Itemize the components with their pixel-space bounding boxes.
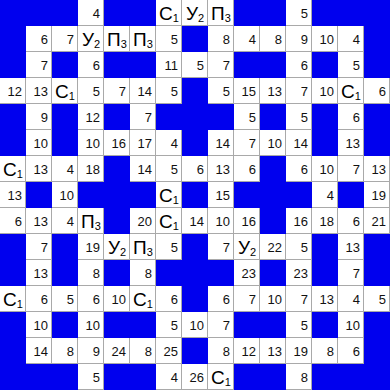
number-cell-r5c10[interactable]: 10 [260, 130, 286, 156]
block-cell-r6c4 [104, 156, 130, 182]
number-cell-r8c5[interactable]: 20 [130, 208, 156, 234]
block-cell-r14c12 [312, 364, 338, 390]
number-cell-r14c6[interactable]: 4 [156, 364, 182, 390]
number-cell-r5c11[interactable]: 14 [286, 130, 312, 156]
block-cell-r5c7 [182, 130, 208, 156]
number-cell-r13c3[interactable]: 9 [78, 338, 104, 364]
cell-number: 5 [93, 371, 104, 384]
cell-number: 13 [268, 85, 286, 98]
cell-number: 8 [301, 371, 312, 384]
cell-number: 4 [353, 293, 364, 306]
number-cell-r3c3[interactable]: 5 [78, 78, 104, 104]
number-cell-r1c9[interactable]: 4 [234, 26, 260, 52]
block-cell-r10c10 [260, 260, 286, 286]
cell-number: 10 [320, 85, 338, 98]
number-cell-r1c13[interactable]: 4 [338, 26, 364, 52]
cell-number: 7 [41, 241, 52, 254]
key-letter-number: 1 [17, 169, 23, 180]
cell-number: 4 [249, 33, 260, 46]
number-cell-r12c8[interactable]: 7 [208, 312, 234, 338]
block-cell-r1c7 [182, 26, 208, 52]
key-letter-number: 3 [121, 39, 127, 50]
cell-number: 5 [379, 293, 390, 306]
cell-number: 4 [67, 215, 78, 228]
number-cell-r4c9[interactable]: 5 [234, 104, 260, 130]
number-cell-r4c5[interactable]: 7 [130, 104, 156, 130]
number-cell-r5c5[interactable]: 17 [130, 130, 156, 156]
cell-number: 13 [320, 293, 338, 306]
number-cell-r9c1[interactable]: 7 [26, 234, 52, 260]
block-cell-r9c12 [312, 234, 338, 260]
number-cell-r8c1[interactable]: 13 [26, 208, 52, 234]
block-cell-r14c0 [0, 364, 26, 390]
number-cell-r10c9[interactable]: 23 [234, 260, 260, 286]
block-cell-r2c14 [364, 52, 390, 78]
number-cell-r3c14[interactable]: 6 [364, 78, 390, 104]
block-cell-r2c10 [260, 52, 286, 78]
number-cell-r1c12[interactable]: 10 [312, 26, 338, 52]
block-cell-r12c0 [0, 312, 26, 338]
block-cell-r4c10 [260, 104, 286, 130]
cell-number: 6 [93, 293, 104, 306]
key-letter: С [3, 160, 17, 179]
cell-number: 10 [34, 137, 52, 150]
key-letter-cell-r8c6[interactable]: С1 [156, 208, 182, 234]
number-cell-r11c13[interactable]: 4 [338, 286, 364, 312]
number-cell-r10c3[interactable]: 8 [78, 260, 104, 286]
number-cell-r11c8[interactable]: 6 [208, 286, 234, 312]
block-cell-r10c0 [0, 260, 26, 286]
number-cell-r2c1[interactable]: 7 [26, 52, 52, 78]
number-cell-r5c8[interactable]: 14 [208, 130, 234, 156]
cell-number: 6 [353, 345, 364, 358]
cell-number: 4 [171, 137, 182, 150]
block-cell-r10c7 [182, 260, 208, 286]
block-cell-r0c0 [0, 0, 26, 26]
number-cell-r6c12[interactable]: 10 [312, 156, 338, 182]
number-cell-r14c3[interactable]: 5 [78, 364, 104, 390]
key-letter-number: 1 [173, 221, 179, 232]
number-cell-r10c13[interactable]: 7 [338, 260, 364, 286]
cell-number: 12 [8, 85, 26, 98]
block-cell-r4c12 [312, 104, 338, 130]
block-cell-r0c12 [312, 0, 338, 26]
number-cell-r10c1[interactable]: 13 [26, 260, 52, 286]
number-cell-r13c12[interactable]: 8 [312, 338, 338, 364]
cell-number: 7 [223, 241, 234, 254]
number-cell-r8c7[interactable]: 14 [182, 208, 208, 234]
key-letter-number: 3 [225, 13, 231, 24]
cell-number: 13 [346, 137, 364, 150]
cell-number: 10 [320, 163, 338, 176]
number-cell-r5c3[interactable]: 10 [78, 130, 104, 156]
block-cell-r14c13 [338, 364, 364, 390]
cell-number: 11 [165, 59, 183, 72]
key-letter: С [159, 4, 173, 23]
number-cell-r1c8[interactable]: 8 [208, 26, 234, 52]
cell-number: 6 [379, 85, 390, 98]
cell-number: 6 [223, 293, 234, 306]
cell-number: 7 [145, 111, 156, 124]
number-cell-r6c8[interactable]: 13 [208, 156, 234, 182]
cell-number: 19 [372, 189, 390, 202]
key-letter: У [238, 238, 250, 257]
key-letter-cell-r1c4[interactable]: П3 [104, 26, 130, 52]
block-cell-r9c0 [0, 234, 26, 260]
cell-number: 15 [242, 85, 260, 98]
block-cell-r9c7 [182, 234, 208, 260]
block-cell-r7c9 [234, 182, 260, 208]
number-cell-r13c2[interactable]: 8 [52, 338, 78, 364]
cell-number: 6 [353, 215, 364, 228]
key-letter: С [55, 82, 69, 101]
number-cell-r11c4[interactable]: 10 [104, 286, 130, 312]
number-cell-r11c14[interactable]: 5 [364, 286, 390, 312]
number-cell-r11c9[interactable]: 7 [234, 286, 260, 312]
key-letter-cell-r9c5[interactable]: П3 [130, 234, 156, 260]
key-letter-cell-r6c0[interactable]: С1 [0, 156, 26, 182]
block-cell-r5c0 [0, 130, 26, 156]
number-cell-r11c11[interactable]: 7 [286, 286, 312, 312]
number-cell-r2c13[interactable]: 5 [338, 52, 364, 78]
cell-number: 13 [34, 215, 52, 228]
number-cell-r6c3[interactable]: 18 [78, 156, 104, 182]
block-cell-r14c5 [130, 364, 156, 390]
number-cell-r3c5[interactable]: 14 [130, 78, 156, 104]
cell-number: 7 [353, 163, 364, 176]
number-cell-r8c9[interactable]: 16 [234, 208, 260, 234]
block-cell-r7c7 [182, 182, 208, 208]
number-cell-r6c13[interactable]: 7 [338, 156, 364, 182]
block-cell-r4c7 [182, 104, 208, 130]
puzzle-grid: 4С1У2П3567У2П3П358489104761157651213С157… [0, 0, 390, 390]
key-letter-cell-r9c9[interactable]: У2 [234, 234, 260, 260]
number-cell-r1c6[interactable]: 5 [156, 26, 182, 52]
key-letter: П [133, 30, 147, 49]
number-cell-r2c7[interactable]: 5 [182, 52, 208, 78]
cell-number: 14 [34, 345, 52, 358]
key-letter-cell-r0c6[interactable]: С1 [156, 0, 182, 26]
cell-number: 14 [216, 137, 234, 150]
number-cell-r11c6[interactable]: 6 [156, 286, 182, 312]
number-cell-r8c12[interactable]: 18 [312, 208, 338, 234]
cell-number: 6 [353, 111, 364, 124]
cell-number: 8 [145, 267, 156, 280]
number-cell-r4c11[interactable]: 5 [286, 104, 312, 130]
number-cell-r3c8[interactable]: 5 [208, 78, 234, 104]
cell-number: 6 [301, 163, 312, 176]
number-cell-r12c11[interactable]: 5 [286, 312, 312, 338]
number-cell-r11c1[interactable]: 6 [26, 286, 52, 312]
number-cell-r9c8[interactable]: 7 [208, 234, 234, 260]
key-letter-cell-r14c8[interactable]: С1 [208, 364, 234, 390]
cell-number: 12 [242, 345, 260, 358]
number-cell-r8c11[interactable]: 16 [286, 208, 312, 234]
key-letter-number: 1 [147, 299, 153, 310]
number-cell-r8c0[interactable]: 6 [0, 208, 26, 234]
number-cell-r7c14[interactable]: 19 [364, 182, 390, 208]
cell-number: 6 [93, 59, 104, 72]
block-cell-r6c10 [260, 156, 286, 182]
key-letter-number: 1 [225, 377, 231, 388]
block-cell-r4c4 [104, 104, 130, 130]
number-cell-r13c5[interactable]: 8 [130, 338, 156, 364]
key-letter-cell-r3c2[interactable]: С1 [52, 78, 78, 104]
key-letter-cell-r1c3[interactable]: У2 [78, 26, 104, 52]
number-cell-r3c0[interactable]: 12 [0, 78, 26, 104]
number-cell-r6c1[interactable]: 13 [26, 156, 52, 182]
cell-number: 5 [93, 85, 104, 98]
number-cell-r9c11[interactable]: 5 [286, 234, 312, 260]
cell-number: 5 [249, 111, 260, 124]
block-cell-r5c12 [312, 130, 338, 156]
cell-number: 5 [353, 59, 364, 72]
cell-number: 9 [301, 33, 312, 46]
cell-number: 10 [86, 137, 104, 150]
number-cell-r6c11[interactable]: 6 [286, 156, 312, 182]
number-cell-r12c13[interactable]: 10 [338, 312, 364, 338]
number-cell-r9c13[interactable]: 13 [338, 234, 364, 260]
cell-number: 7 [41, 59, 52, 72]
number-cell-r14c11[interactable]: 8 [286, 364, 312, 390]
number-cell-r5c6[interactable]: 4 [156, 130, 182, 156]
block-cell-r4c14 [364, 104, 390, 130]
key-letter-cell-r11c5[interactable]: С1 [130, 286, 156, 312]
number-cell-r11c3[interactable]: 6 [78, 286, 104, 312]
cell-number: 6 [301, 59, 312, 72]
key-letter-cell-r11c0[interactable]: С1 [0, 286, 26, 312]
number-cell-r3c12[interactable]: 10 [312, 78, 338, 104]
cell-number: 13 [34, 85, 52, 98]
cell-number: 5 [171, 241, 182, 254]
cell-number: 13 [268, 345, 286, 358]
number-cell-r11c12[interactable]: 13 [312, 286, 338, 312]
key-letter: П [107, 30, 121, 49]
key-letter: С [159, 212, 173, 231]
block-cell-r8c10 [260, 208, 286, 234]
number-cell-r3c9[interactable]: 15 [234, 78, 260, 104]
cell-number: 10 [86, 319, 104, 332]
number-cell-r6c7[interactable]: 6 [182, 156, 208, 182]
number-cell-r13c1[interactable]: 14 [26, 338, 52, 364]
block-cell-r7c3 [78, 182, 104, 208]
number-cell-r1c2[interactable]: 7 [52, 26, 78, 52]
number-cell-r3c10[interactable]: 13 [260, 78, 286, 104]
number-cell-r8c8[interactable]: 10 [208, 208, 234, 234]
number-cell-r10c11[interactable]: 23 [286, 260, 312, 286]
number-cell-r7c2[interactable]: 10 [52, 182, 78, 208]
cell-number: 16 [112, 137, 130, 150]
number-cell-r4c3[interactable]: 12 [78, 104, 104, 130]
cell-number: 22 [268, 241, 286, 254]
cell-number: 8 [93, 267, 104, 280]
block-cell-r13c7 [182, 338, 208, 364]
number-cell-r8c13[interactable]: 6 [338, 208, 364, 234]
block-cell-r0c1 [26, 0, 52, 26]
number-cell-r3c1[interactable]: 13 [26, 78, 52, 104]
number-cell-r6c14[interactable]: 13 [364, 156, 390, 182]
number-cell-r13c10[interactable]: 13 [260, 338, 286, 364]
number-cell-r13c11[interactable]: 19 [286, 338, 312, 364]
cell-number: 14 [138, 163, 156, 176]
number-cell-r3c6[interactable]: 5 [156, 78, 182, 104]
number-cell-r3c11[interactable]: 7 [286, 78, 312, 104]
cell-number: 7 [67, 33, 78, 46]
cell-number: 13 [216, 163, 234, 176]
number-cell-r2c8[interactable]: 7 [208, 52, 234, 78]
number-cell-r0c3[interactable]: 4 [78, 0, 104, 26]
cell-number: 24 [112, 345, 130, 358]
block-cell-r5c2 [52, 130, 78, 156]
cell-number: 17 [138, 137, 156, 150]
key-letter-cell-r9c4[interactable]: У2 [104, 234, 130, 260]
number-cell-r8c2[interactable]: 4 [52, 208, 78, 234]
number-cell-r9c6[interactable]: 5 [156, 234, 182, 260]
number-cell-r2c6[interactable]: 11 [156, 52, 182, 78]
number-cell-r6c9[interactable]: 6 [234, 156, 260, 182]
key-letter: У [186, 4, 198, 23]
number-cell-r12c1[interactable]: 10 [26, 312, 52, 338]
cell-number: 10 [346, 319, 364, 332]
cell-number: 7 [249, 137, 260, 150]
block-cell-r10c2 [52, 260, 78, 286]
block-cell-r12c5 [130, 312, 156, 338]
block-cell-r12c14 [364, 312, 390, 338]
cell-number: 9 [41, 111, 52, 124]
cell-number: 13 [34, 163, 52, 176]
key-letter: С [3, 290, 17, 309]
cell-number: 8 [145, 345, 156, 358]
block-cell-r5c14 [364, 130, 390, 156]
cell-number: 14 [294, 137, 312, 150]
number-cell-r6c6[interactable]: 5 [156, 156, 182, 182]
block-cell-r0c5 [130, 0, 156, 26]
number-cell-r11c10[interactable]: 10 [260, 286, 286, 312]
number-cell-r14c7[interactable]: 26 [182, 364, 208, 390]
number-cell-r3c4[interactable]: 7 [104, 78, 130, 104]
key-letter-number: 3 [147, 39, 153, 50]
number-cell-r12c7[interactable]: 10 [182, 312, 208, 338]
cell-number: 4 [93, 7, 104, 20]
cell-number: 15 [216, 189, 234, 202]
block-cell-r13c14 [364, 338, 390, 364]
cell-number: 10 [268, 293, 286, 306]
block-cell-r1c0 [0, 26, 26, 52]
block-cell-r0c2 [52, 0, 78, 26]
number-cell-r13c9[interactable]: 12 [234, 338, 260, 364]
number-cell-r7c12[interactable]: 4 [312, 182, 338, 208]
number-cell-r13c4[interactable]: 24 [104, 338, 130, 364]
number-cell-r12c3[interactable]: 10 [78, 312, 104, 338]
block-cell-r10c14 [364, 260, 390, 286]
cell-number: 9 [93, 345, 104, 358]
key-letter-number: 1 [355, 91, 361, 102]
block-cell-r4c8 [208, 104, 234, 130]
number-cell-r0c11[interactable]: 5 [286, 0, 312, 26]
number-cell-r7c0[interactable]: 13 [0, 182, 26, 208]
key-letter-cell-r0c7[interactable]: У2 [182, 0, 208, 26]
cell-number: 5 [171, 319, 182, 332]
block-cell-r14c9 [234, 364, 260, 390]
block-cell-r12c4 [104, 312, 130, 338]
key-letter-cell-r7c6[interactable]: С1 [156, 182, 182, 208]
number-cell-r10c5[interactable]: 8 [130, 260, 156, 286]
cell-number: 8 [223, 33, 234, 46]
cell-number: 14 [190, 215, 208, 228]
key-letter-cell-r1c5[interactable]: П3 [130, 26, 156, 52]
key-letter-cell-r8c3[interactable]: П3 [78, 208, 104, 234]
number-cell-r11c2[interactable]: 5 [52, 286, 78, 312]
number-cell-r5c1[interactable]: 10 [26, 130, 52, 156]
number-cell-r2c11[interactable]: 6 [286, 52, 312, 78]
number-cell-r4c13[interactable]: 6 [338, 104, 364, 130]
key-letter: У [82, 30, 94, 49]
number-cell-r6c5[interactable]: 14 [130, 156, 156, 182]
number-cell-r5c9[interactable]: 7 [234, 130, 260, 156]
number-cell-r13c8[interactable]: 8 [208, 338, 234, 364]
block-cell-r12c9 [234, 312, 260, 338]
cell-number: 8 [67, 345, 78, 358]
number-cell-r6c2[interactable]: 4 [52, 156, 78, 182]
block-cell-r10c4 [104, 260, 130, 286]
number-cell-r5c4[interactable]: 16 [104, 130, 130, 156]
number-cell-r9c10[interactable]: 22 [260, 234, 286, 260]
block-cell-r4c2 [52, 104, 78, 130]
number-cell-r13c13[interactable]: 6 [338, 338, 364, 364]
number-cell-r2c3[interactable]: 6 [78, 52, 104, 78]
number-cell-r7c8[interactable]: 15 [208, 182, 234, 208]
key-letter: У [108, 238, 120, 257]
key-letter-cell-r3c13[interactable]: С1 [338, 78, 364, 104]
cell-number: 7 [249, 293, 260, 306]
cell-number: 5 [301, 319, 312, 332]
number-cell-r1c11[interactable]: 9 [286, 26, 312, 52]
number-cell-r1c1[interactable]: 6 [26, 26, 52, 52]
number-cell-r12c6[interactable]: 5 [156, 312, 182, 338]
number-cell-r1c10[interactable]: 8 [260, 26, 286, 52]
cell-number: 23 [294, 267, 312, 280]
key-letter-number: 2 [120, 247, 126, 258]
number-cell-r13c6[interactable]: 25 [156, 338, 182, 364]
block-cell-r14c14 [364, 364, 390, 390]
cell-number: 5 [197, 59, 208, 72]
number-cell-r8c14[interactable]: 21 [364, 208, 390, 234]
cell-number: 12 [86, 111, 104, 124]
block-cell-r2c5 [130, 52, 156, 78]
number-cell-r9c3[interactable]: 19 [78, 234, 104, 260]
cell-number: 18 [320, 215, 338, 228]
number-cell-r5c13[interactable]: 13 [338, 130, 364, 156]
key-letter: П [211, 4, 225, 23]
cell-number: 7 [223, 319, 234, 332]
cell-number: 5 [171, 33, 182, 46]
block-cell-r14c10 [260, 364, 286, 390]
block-cell-r7c4 [104, 182, 130, 208]
block-cell-r7c5 [130, 182, 156, 208]
cell-number: 23 [242, 267, 260, 280]
cell-number: 5 [67, 293, 78, 306]
number-cell-r4c1[interactable]: 9 [26, 104, 52, 130]
cell-number: 6 [171, 293, 182, 306]
key-letter-cell-r0c8[interactable]: П3 [208, 0, 234, 26]
cell-number: 4 [171, 371, 182, 384]
key-letter: С [341, 82, 355, 101]
block-cell-r0c14 [364, 0, 390, 26]
block-cell-r12c2 [52, 312, 78, 338]
block-cell-r3c7 [182, 78, 208, 104]
cell-number: 5 [301, 7, 312, 20]
cell-number: 6 [41, 293, 52, 306]
